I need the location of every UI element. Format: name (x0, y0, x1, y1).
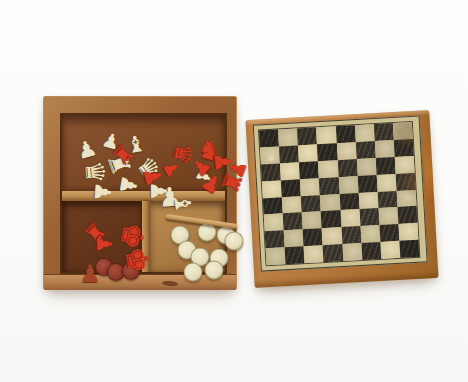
board-square (359, 208, 379, 226)
box-interior: ♟♛♟♜♟♝♛♟♟♟♝♟♜♟♛♞♟♜♟♟♟♟♚♚♜♟♟ (60, 113, 227, 274)
board-square (259, 129, 279, 147)
box-divider-horizontal (62, 191, 225, 201)
board-square (374, 123, 394, 141)
board-border (258, 121, 420, 266)
board-square (283, 213, 303, 231)
board-square (375, 140, 395, 158)
board-square (357, 175, 377, 193)
board-square (266, 247, 286, 265)
board-square (337, 159, 357, 177)
board-square (322, 227, 342, 245)
board-square (376, 174, 396, 192)
board-square (338, 176, 358, 194)
board-square (285, 246, 305, 264)
board-square (398, 223, 418, 241)
board-square (320, 194, 340, 212)
white-draughts-disc (205, 261, 224, 280)
wooden-box: ♟♛♟♜♟♝♛♟♟♟♝♟♜♟♛♞♟♜♟♟♟♟♚♚♜♟♟ (43, 96, 237, 290)
board-square (297, 127, 317, 145)
board-square (316, 126, 336, 144)
board-square (336, 142, 356, 160)
board-square (399, 240, 419, 258)
board-square (355, 124, 375, 142)
board-square (361, 242, 381, 260)
wood-knot (162, 280, 178, 286)
board-square (263, 197, 283, 215)
board-square (380, 241, 400, 259)
board-square (377, 190, 397, 208)
board-square (282, 196, 302, 214)
board-square (394, 139, 414, 157)
board-square (298, 144, 318, 162)
board-square (264, 214, 284, 232)
board-square (395, 156, 415, 174)
board-square (299, 161, 319, 179)
board-square (278, 128, 298, 146)
white-draughts-disc (184, 263, 203, 282)
board-square (321, 210, 341, 228)
board-square (265, 231, 285, 249)
board-square (378, 207, 398, 225)
board-square (303, 228, 323, 246)
board-square (284, 229, 304, 247)
board-square (341, 226, 361, 244)
board-square (319, 177, 339, 195)
board-square (339, 193, 359, 211)
board-square (355, 141, 375, 159)
chess-piece: ♟ (94, 235, 114, 253)
photo-scene: ♟♛♟♜♟♝♛♟♟♟♝♟♜♟♛♞♟♜♟♟♟♟♚♚♜♟♟ (0, 0, 468, 382)
board-square (393, 122, 413, 140)
board-square (262, 180, 282, 198)
board-square (396, 173, 416, 191)
chess-piece: ♚ (120, 244, 154, 276)
board-square (379, 224, 399, 242)
board-square (342, 243, 362, 261)
board-square (340, 209, 360, 227)
chess-piece: ♝ (169, 192, 194, 215)
board-square (318, 160, 338, 178)
board-square (397, 206, 417, 224)
board-square (260, 146, 280, 164)
board-square (360, 225, 380, 243)
board-square (261, 163, 281, 181)
board-square (323, 244, 343, 262)
board-square (302, 212, 322, 230)
chess-piece: ♟ (79, 262, 101, 286)
board-square (317, 143, 337, 161)
board-square (279, 145, 299, 163)
board-square (358, 192, 378, 210)
board-square (300, 178, 320, 196)
board-square (301, 195, 321, 213)
board-square (280, 162, 300, 180)
board-square (376, 157, 396, 175)
board-square (304, 245, 324, 263)
board-square (335, 125, 355, 143)
board-square (281, 179, 301, 197)
board-grid (259, 122, 419, 265)
board-square (396, 189, 416, 207)
chess-piece: ♟ (90, 181, 114, 203)
checkerboard (245, 110, 438, 288)
white-draughts-disc (225, 232, 244, 251)
board-paper (253, 116, 428, 272)
board-square (356, 158, 376, 176)
